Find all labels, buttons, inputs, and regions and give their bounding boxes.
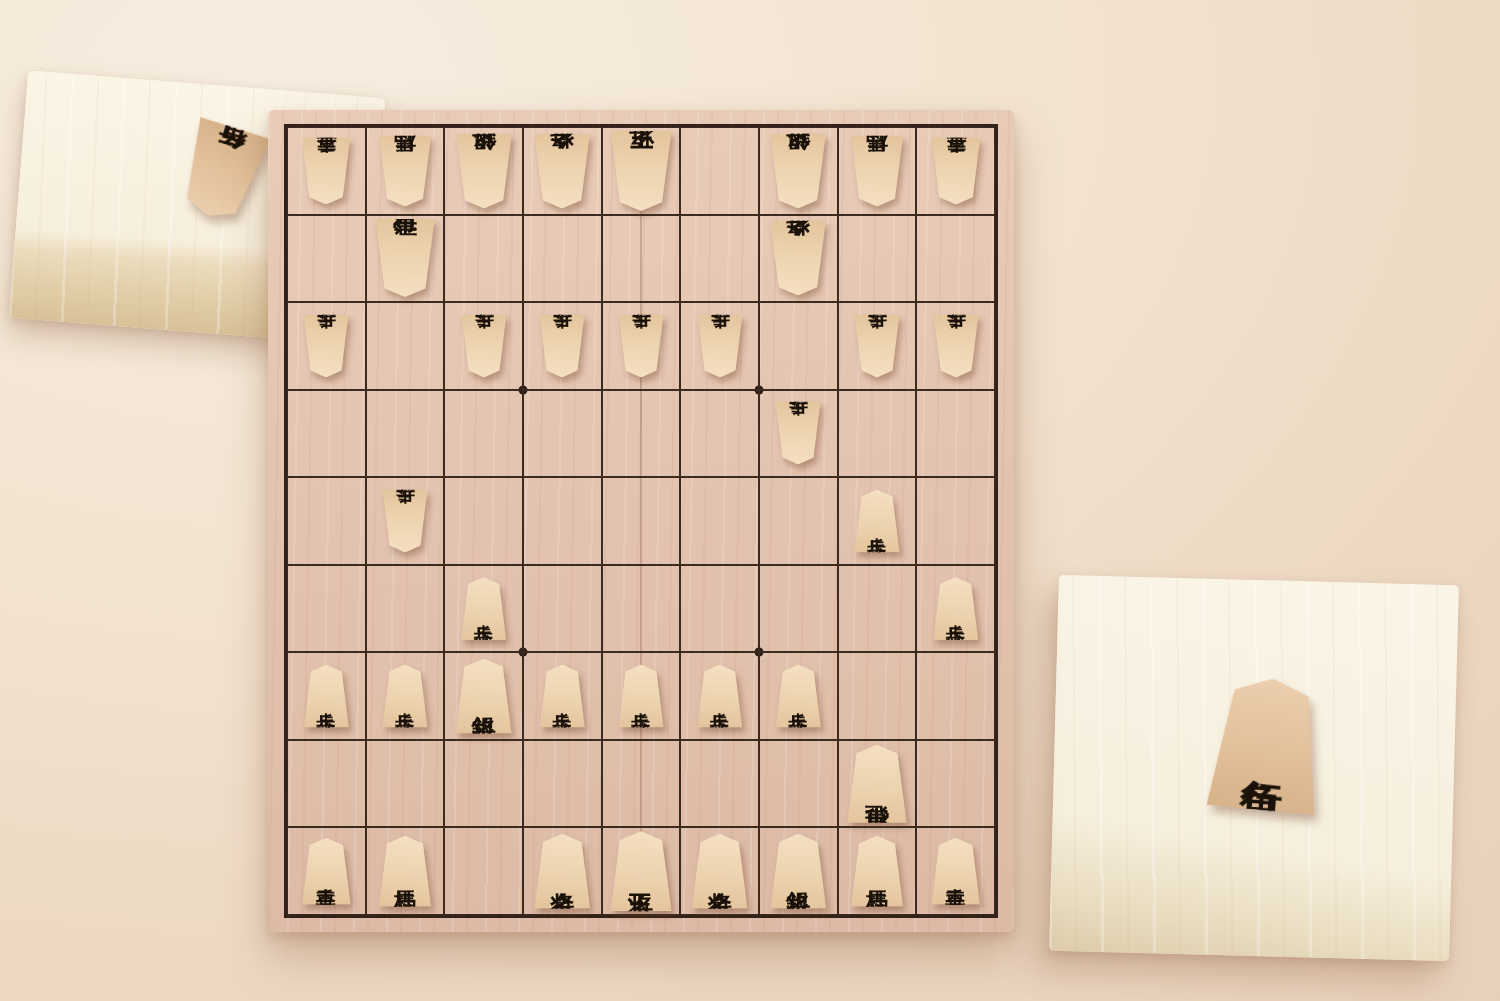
cell-54[interactable] <box>602 390 681 478</box>
piece-shadow-wrapper: 香車 <box>917 828 994 914</box>
cell-64[interactable] <box>523 390 602 478</box>
cell-51[interactable]: 王将 <box>602 127 681 215</box>
piece-shadow-wrapper: 歩兵 <box>603 653 680 739</box>
piece-shadow-wrapper: 香車 <box>917 128 994 214</box>
cell-39[interactable]: 銀将 <box>759 827 838 915</box>
cell-21[interactable]: 桂馬 <box>838 127 917 215</box>
cell-15[interactable] <box>916 477 995 565</box>
cell-42[interactable] <box>680 215 759 303</box>
cell-47[interactable]: 歩兵 <box>680 652 759 740</box>
hand-piece-wrapper-gote: 角行 <box>177 123 266 221</box>
piece-sente-pawn[interactable]: 歩兵 <box>459 577 509 640</box>
piece-shadow-wrapper: 歩兵 <box>760 653 837 739</box>
cell-57[interactable]: 歩兵 <box>602 652 681 740</box>
piece-gote-pawn[interactable]: 歩兵 <box>773 402 823 465</box>
piece-shadow-wrapper: 銀将 <box>445 653 522 739</box>
piece-shadow-wrapper: 金将 <box>524 828 601 914</box>
piece-shadow-wrapper: 歩兵 <box>760 391 837 477</box>
piece-sente-pawn[interactable]: 歩兵 <box>695 665 745 728</box>
shogi-board: 香車桂馬銀将金将王将銀将桂馬香車飛車金将歩兵歩兵歩兵歩兵歩兵歩兵歩兵歩兵歩兵歩兵… <box>268 110 1014 932</box>
cell-88[interactable] <box>366 740 445 828</box>
piece-shadow-wrapper: 歩兵 <box>917 303 994 389</box>
cell-38[interactable] <box>759 740 838 828</box>
cell-78[interactable] <box>444 740 523 828</box>
cell-16[interactable]: 歩兵 <box>916 565 995 653</box>
piece-gote-pawn[interactable]: 歩兵 <box>301 314 351 377</box>
cell-31[interactable]: 銀将 <box>759 127 838 215</box>
cell-96[interactable] <box>287 565 366 653</box>
piece-shadow-wrapper: 歩兵 <box>917 566 994 652</box>
piece-sente-silver[interactable]: 銀将 <box>767 834 829 909</box>
cell-94[interactable] <box>287 390 366 478</box>
cell-27[interactable] <box>838 652 917 740</box>
cell-86[interactable] <box>366 565 445 653</box>
piece-sente-gold[interactable]: 金将 <box>531 834 593 909</box>
piece-shadow-wrapper: 歩兵 <box>367 653 444 739</box>
table-surface: 角行 角行 香車桂馬銀将金将王将銀将桂馬香車飛車金将歩兵歩兵歩兵歩兵歩兵歩兵歩兵… <box>0 0 1500 1001</box>
piece-gote-gold[interactable]: 金将 <box>531 133 593 208</box>
piece-shadow-wrapper: 歩兵 <box>839 303 916 389</box>
piece-sente-pawn[interactable]: 歩兵 <box>773 665 823 728</box>
piece-gote-king[interactable]: 王将 <box>607 131 675 211</box>
cell-55[interactable] <box>602 477 681 565</box>
piece-gote-pawn[interactable]: 歩兵 <box>459 314 509 377</box>
piece-sente-gold[interactable]: 金将 <box>689 834 751 909</box>
cell-67[interactable]: 歩兵 <box>523 652 602 740</box>
cell-56[interactable] <box>602 565 681 653</box>
piece-gote-pawn[interactable]: 歩兵 <box>852 314 902 377</box>
piece-shadow-wrapper: 歩兵 <box>288 303 365 389</box>
piece-sente-king[interactable]: 玉将 <box>607 831 675 911</box>
cell-53[interactable]: 歩兵 <box>602 302 681 390</box>
board-grid: 香車桂馬銀将金将王将銀将桂馬香車飛車金将歩兵歩兵歩兵歩兵歩兵歩兵歩兵歩兵歩兵歩兵… <box>284 124 998 918</box>
cell-62[interactable] <box>523 215 602 303</box>
piece-shadow-wrapper: 金将 <box>681 828 758 914</box>
piece-shadow-wrapper: 香車 <box>288 128 365 214</box>
cell-98[interactable] <box>287 740 366 828</box>
piece-shadow-wrapper: 金将 <box>524 128 601 214</box>
piece-shadow-wrapper: 歩兵 <box>839 478 916 564</box>
hand-piece-gote-bishop[interactable]: 角行 <box>169 116 275 228</box>
cell-13[interactable]: 歩兵 <box>916 302 995 390</box>
cell-33[interactable] <box>759 302 838 390</box>
piece-sente-pawn[interactable]: 歩兵 <box>380 665 430 728</box>
piece-sente-knight[interactable]: 桂馬 <box>376 836 434 907</box>
cell-65[interactable] <box>523 477 602 565</box>
cell-69[interactable]: 金将 <box>523 827 602 915</box>
piece-shadow-wrapper: 銀将 <box>445 128 522 214</box>
cell-81[interactable]: 桂馬 <box>366 127 445 215</box>
cell-48[interactable] <box>680 740 759 828</box>
piece-shadow-wrapper: 歩兵 <box>445 566 522 652</box>
cell-73[interactable]: 歩兵 <box>444 302 523 390</box>
piece-shadow-wrapper: 歩兵 <box>288 653 365 739</box>
piece-gote-pawn[interactable]: 歩兵 <box>537 314 587 377</box>
cell-32[interactable]: 金将 <box>759 215 838 303</box>
cell-24[interactable] <box>838 390 917 478</box>
piece-sente-pawn[interactable]: 歩兵 <box>301 665 351 728</box>
cell-74[interactable] <box>444 390 523 478</box>
cell-11[interactable]: 香車 <box>916 127 995 215</box>
cell-89[interactable]: 桂馬 <box>366 827 445 915</box>
cell-77[interactable]: 銀将 <box>444 652 523 740</box>
piece-shadow-wrapper: 銀将 <box>760 128 837 214</box>
cell-99[interactable]: 香車 <box>287 827 366 915</box>
piece-gote-pawn[interactable]: 歩兵 <box>695 314 745 377</box>
piece-gote-pawn[interactable]: 歩兵 <box>380 489 430 552</box>
cell-49[interactable]: 金将 <box>680 827 759 915</box>
piece-shadow-wrapper: 桂馬 <box>367 128 444 214</box>
cell-92[interactable] <box>287 215 366 303</box>
piece-gote-lance[interactable]: 香車 <box>929 137 983 204</box>
cell-91[interactable]: 香車 <box>287 127 366 215</box>
cell-59[interactable]: 玉将 <box>602 827 681 915</box>
cell-87[interactable]: 歩兵 <box>366 652 445 740</box>
piece-shadow-wrapper: 歩兵 <box>524 653 601 739</box>
piece-shadow-wrapper: 王将 <box>603 128 680 214</box>
piece-shadow-wrapper: 歩兵 <box>445 303 522 389</box>
piece-shadow-wrapper: 歩兵 <box>681 653 758 739</box>
hand-piece-gote-bishop-label: 角行 <box>209 166 236 174</box>
piece-sente-pawn[interactable]: 歩兵 <box>852 489 902 552</box>
piece-gote-gold[interactable]: 金将 <box>767 221 829 296</box>
cell-58[interactable] <box>602 740 681 828</box>
cell-84[interactable] <box>366 390 445 478</box>
cell-63[interactable]: 歩兵 <box>523 302 602 390</box>
cell-71[interactable]: 銀将 <box>444 127 523 215</box>
cell-37[interactable]: 歩兵 <box>759 652 838 740</box>
cell-23[interactable]: 歩兵 <box>838 302 917 390</box>
piece-gote-lance[interactable]: 香車 <box>299 137 353 204</box>
komadai-sente-box: 角行 <box>1049 575 1459 961</box>
cell-43[interactable]: 歩兵 <box>680 302 759 390</box>
cell-18[interactable] <box>916 740 995 828</box>
cell-14[interactable] <box>916 390 995 478</box>
piece-sente-lance[interactable]: 香車 <box>299 838 353 905</box>
piece-gote-silver[interactable]: 銀将 <box>453 133 515 208</box>
piece-sente-pawn[interactable]: 歩兵 <box>537 665 587 728</box>
piece-sente-knight[interactable]: 桂馬 <box>848 836 906 907</box>
cell-72[interactable] <box>444 215 523 303</box>
piece-shadow-wrapper: 桂馬 <box>839 828 916 914</box>
cell-93[interactable]: 歩兵 <box>287 302 366 390</box>
cell-41[interactable] <box>680 127 759 215</box>
piece-shadow-wrapper: 玉将 <box>603 828 680 914</box>
cell-26[interactable] <box>838 565 917 653</box>
piece-gote-rook[interactable]: 飛車 <box>372 219 438 297</box>
hand-piece-wrapper-sente: 角行 <box>1205 677 1328 812</box>
cell-75[interactable] <box>444 477 523 565</box>
piece-shadow-wrapper: 歩兵 <box>367 478 444 564</box>
cell-66[interactable] <box>523 565 602 653</box>
cell-19[interactable]: 香車 <box>916 827 995 915</box>
cell-29[interactable]: 桂馬 <box>838 827 917 915</box>
piece-shadow-wrapper: 金将 <box>760 216 837 302</box>
cell-68[interactable] <box>523 740 602 828</box>
cell-82[interactable]: 飛車 <box>366 215 445 303</box>
piece-sente-pawn[interactable]: 歩兵 <box>931 577 981 640</box>
piece-shadow-wrapper: 銀将 <box>760 828 837 914</box>
piece-gote-silver[interactable]: 銀将 <box>767 133 829 208</box>
cell-22[interactable] <box>838 215 917 303</box>
cell-28[interactable]: 飛車 <box>838 740 917 828</box>
piece-shadow-wrapper: 飛車 <box>367 216 444 302</box>
cell-52[interactable] <box>602 215 681 303</box>
cell-95[interactable] <box>287 477 366 565</box>
piece-shadow-wrapper: 香車 <box>288 828 365 914</box>
piece-shadow-wrapper: 飛車 <box>839 741 916 827</box>
hand-piece-sente-bishop[interactable]: 角行 <box>1201 673 1333 816</box>
cell-45[interactable] <box>680 477 759 565</box>
cell-44[interactable] <box>680 390 759 478</box>
piece-gote-knight[interactable]: 桂馬 <box>376 135 434 206</box>
cell-61[interactable]: 金将 <box>523 127 602 215</box>
piece-gote-pawn[interactable]: 歩兵 <box>931 314 981 377</box>
cell-25[interactable]: 歩兵 <box>838 477 917 565</box>
piece-sente-lance[interactable]: 香車 <box>929 838 983 905</box>
piece-shadow-wrapper: 歩兵 <box>524 303 601 389</box>
piece-shadow-wrapper: 桂馬 <box>367 828 444 914</box>
piece-sente-silver[interactable]: 銀将 <box>453 659 515 734</box>
cell-35[interactable] <box>759 477 838 565</box>
hand-piece-sente-bishop-label: 角行 <box>1245 745 1287 749</box>
cell-79[interactable] <box>444 827 523 915</box>
cell-76[interactable]: 歩兵 <box>444 565 523 653</box>
piece-gote-knight[interactable]: 桂馬 <box>848 135 906 206</box>
piece-shadow-wrapper: 歩兵 <box>681 303 758 389</box>
piece-sente-rook[interactable]: 飛車 <box>844 745 910 823</box>
piece-shadow-wrapper: 歩兵 <box>603 303 680 389</box>
cell-12[interactable] <box>916 215 995 303</box>
cell-46[interactable] <box>680 565 759 653</box>
piece-sente-pawn[interactable]: 歩兵 <box>616 665 666 728</box>
cell-97[interactable]: 歩兵 <box>287 652 366 740</box>
piece-shadow-wrapper: 桂馬 <box>839 128 916 214</box>
cell-85[interactable]: 歩兵 <box>366 477 445 565</box>
cell-34[interactable]: 歩兵 <box>759 390 838 478</box>
piece-gote-pawn[interactable]: 歩兵 <box>616 314 666 377</box>
cell-17[interactable] <box>916 652 995 740</box>
cell-36[interactable] <box>759 565 838 653</box>
cell-83[interactable] <box>366 302 445 390</box>
